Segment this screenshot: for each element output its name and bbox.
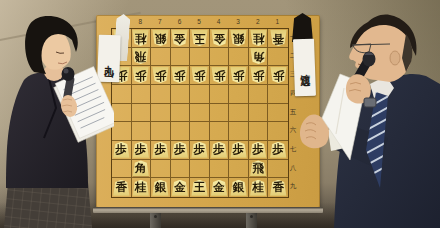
gote-piece-23: 歩 [250,67,267,83]
gote-piece-31: 銀 [230,30,247,46]
square-71: 銀 [151,29,171,48]
square-35 [229,104,249,123]
gote-piece-11: 香 [270,30,287,46]
rank-label-9: 九 [288,177,298,196]
gote-piece-21: 桂 [250,30,267,46]
gote-piece-83: 歩 [132,67,149,83]
microphone-woman [61,67,75,110]
square-22: 角 [249,48,269,67]
square-24 [249,85,269,104]
sente-piece-17: 歩 [270,142,287,158]
square-55 [190,104,210,123]
square-19: 香 [268,178,288,197]
shogi-demo-board: 987654321 一二三四五六七八九 香桂銀金玉金銀桂香飛角歩歩歩歩歩歩歩歩歩… [96,15,320,208]
sente-piece-49: 金 [211,180,228,196]
square-15 [268,104,288,123]
sente-piece-29: 桂 [250,180,267,196]
square-82: 飛 [132,48,152,67]
gote-piece-53: 歩 [191,67,208,83]
square-53: 歩 [190,66,210,85]
square-66 [171,122,191,141]
square-86 [132,122,152,141]
woman-neck [44,63,64,81]
square-61: 金 [171,29,191,48]
sente-piece-37: 歩 [230,142,247,158]
square-78 [151,160,171,179]
square-32 [229,48,249,67]
gote-piece-73: 歩 [152,67,169,83]
square-79: 銀 [151,178,171,197]
rank-label-8: 八 [288,159,298,178]
nameplate-left: 丸山 [97,35,121,83]
square-16 [268,122,288,141]
square-14 [268,85,288,104]
square-29: 桂 [249,178,269,197]
square-51: 玉 [190,29,210,48]
square-81: 桂 [132,29,152,48]
square-25 [249,104,269,123]
file-label-4: 4 [209,16,229,27]
woman-face [39,30,70,69]
sente-piece-97: 歩 [113,142,130,158]
woman-eye [56,52,64,53]
square-12 [268,48,288,67]
square-56 [190,122,210,141]
man-tie [354,82,394,188]
woman-hand [59,94,79,119]
rank-label-5: 五 [288,103,298,122]
square-73: 歩 [151,66,171,85]
square-59: 王 [190,178,210,197]
gote-piece-22: 角 [250,48,267,64]
microphone-man [352,52,376,89]
sente-piece-88: 角 [132,160,149,176]
gote-piece-63: 歩 [171,67,188,83]
square-75 [151,104,171,123]
sente-piece-69: 金 [171,180,188,196]
square-88: 角 [132,160,152,179]
square-98 [112,160,132,179]
square-72 [151,48,171,67]
square-96 [112,122,132,141]
square-36 [229,122,249,141]
gote-piece-61: 金 [171,30,188,46]
square-63: 歩 [171,66,191,85]
square-95 [112,104,132,123]
man-left-hand [346,74,376,107]
square-58 [190,160,210,179]
man-glasses [352,44,390,53]
file-label-5: 5 [189,16,209,27]
man-paper-fold [336,88,344,134]
square-38 [229,160,249,179]
file-label-1: 1 [268,16,288,27]
square-97: 歩 [112,141,132,160]
square-54 [190,85,210,104]
file-label-6: 6 [170,16,190,27]
sente-piece-57: 歩 [191,142,208,158]
square-83: 歩 [132,66,152,85]
woman-smile [58,62,67,64]
square-21: 桂 [249,29,269,48]
square-94 [112,85,132,104]
sente-piece-67: 歩 [171,142,188,158]
square-45 [210,104,230,123]
wristwatch [364,98,376,107]
square-57: 歩 [190,141,210,160]
gote-piece-43: 歩 [211,67,228,83]
square-65 [171,104,191,123]
man-mouth [358,64,366,65]
man-hair [350,14,417,56]
square-69: 金 [171,178,191,197]
sente-piece-39: 銀 [230,180,247,196]
square-52 [190,48,210,67]
square-17: 歩 [268,141,288,160]
file-label-3: 3 [228,16,248,27]
nameplate-right: 渡辺 [293,39,316,97]
sente-piece-99: 香 [113,180,130,196]
square-11: 香 [268,29,288,48]
gote-piece-82: 飛 [132,48,149,64]
woman-jacket [6,72,88,188]
sente-piece-47: 歩 [211,142,228,158]
gote-piece-71: 銀 [152,30,169,46]
square-41: 金 [210,29,230,48]
square-18 [268,160,288,179]
square-46 [210,122,230,141]
square-49: 金 [210,178,230,197]
square-68 [171,160,191,179]
board-grid: 香桂銀金玉金銀桂香飛角歩歩歩歩歩歩歩歩歩歩歩歩歩歩歩歩歩歩角飛香桂銀金王金銀桂香 [111,28,289,198]
square-39: 銀 [229,178,249,197]
gote-piece-41: 金 [211,30,228,46]
square-85 [132,104,152,123]
square-74 [151,85,171,104]
sente-piece-87: 歩 [132,142,149,158]
gote-piece-33: 歩 [230,67,247,83]
sente-piece-77: 歩 [152,142,169,158]
square-99: 香 [112,178,132,197]
square-26 [249,122,269,141]
man-face [349,21,412,82]
rank-label-6: 六 [288,121,298,140]
square-62 [171,48,191,67]
square-77: 歩 [151,141,171,160]
man-paper [322,74,366,160]
rank-label-7: 七 [288,140,298,159]
photo-stage: 987654321 一二三四五六七八九 香桂銀金玉金銀桂香飛角歩歩歩歩歩歩歩歩歩… [0,0,440,228]
square-27: 歩 [249,141,269,160]
file-label-8: 8 [131,16,151,27]
sente-piece-19: 香 [270,180,287,196]
man-hair-side [402,34,412,72]
gote-piece-13: 歩 [270,67,287,83]
man-shirt [370,76,394,112]
sente-piece-89: 桂 [132,180,149,196]
sente-piece-79: 銀 [152,180,169,196]
square-87: 歩 [132,141,152,160]
square-84 [132,85,152,104]
square-76 [151,122,171,141]
sente-piece-28: 飛 [250,160,267,176]
square-44 [210,85,230,104]
square-31: 銀 [229,29,249,48]
square-33: 歩 [229,66,249,85]
man-ear [390,51,400,65]
square-37: 歩 [229,141,249,160]
square-47: 歩 [210,141,230,160]
square-48 [210,160,230,179]
gote-piece-51: 玉 [191,30,208,46]
gote-piece-81: 桂 [132,30,149,46]
file-labels: 987654321 [111,16,287,27]
square-28: 飛 [249,160,269,179]
board-bottom-rail [93,207,323,213]
square-34 [229,85,249,104]
file-label-2: 2 [248,16,268,27]
square-23: 歩 [249,66,269,85]
square-13: 歩 [268,66,288,85]
file-label-7: 7 [150,16,170,27]
sente-piece-27: 歩 [250,142,267,158]
square-89: 桂 [132,178,152,197]
square-67: 歩 [171,141,191,160]
square-42 [210,48,230,67]
square-64 [171,85,191,104]
square-43: 歩 [210,66,230,85]
sente-piece-59: 王 [191,180,208,196]
